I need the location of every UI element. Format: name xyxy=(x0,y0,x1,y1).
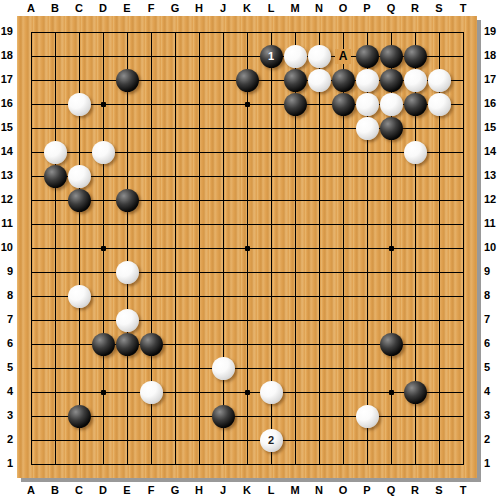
black-stone-R4[interactable] xyxy=(404,381,427,404)
point-P2[interactable] xyxy=(355,428,379,452)
point-G12[interactable] xyxy=(163,188,187,212)
point-M5[interactable] xyxy=(283,356,307,380)
point-S17[interactable] xyxy=(427,68,451,92)
point-C13[interactable] xyxy=(67,164,91,188)
point-T3[interactable] xyxy=(451,404,475,428)
point-P8[interactable] xyxy=(355,284,379,308)
point-O16[interactable] xyxy=(331,92,355,116)
point-J3[interactable] xyxy=(211,404,235,428)
point-H11[interactable] xyxy=(187,212,211,236)
point-L16[interactable] xyxy=(259,92,283,116)
white-stone-C8[interactable] xyxy=(68,285,91,308)
point-E10[interactable] xyxy=(115,236,139,260)
point-G11[interactable] xyxy=(163,212,187,236)
point-N6[interactable] xyxy=(307,332,331,356)
point-M4[interactable] xyxy=(283,380,307,404)
point-F10[interactable] xyxy=(139,236,163,260)
point-N8[interactable] xyxy=(307,284,331,308)
point-J9[interactable] xyxy=(211,260,235,284)
point-T19[interactable] xyxy=(451,20,475,44)
point-N14[interactable] xyxy=(307,140,331,164)
point-G1[interactable] xyxy=(163,452,187,476)
point-J8[interactable] xyxy=(211,284,235,308)
point-J10[interactable] xyxy=(211,236,235,260)
point-K16[interactable] xyxy=(235,92,259,116)
point-H17[interactable] xyxy=(187,68,211,92)
point-M6[interactable] xyxy=(283,332,307,356)
point-P7[interactable] xyxy=(355,308,379,332)
point-H19[interactable] xyxy=(187,20,211,44)
point-E19[interactable] xyxy=(115,20,139,44)
point-S16[interactable] xyxy=(427,92,451,116)
point-K13[interactable] xyxy=(235,164,259,188)
black-stone-M17[interactable] xyxy=(284,69,307,92)
point-D1[interactable] xyxy=(91,452,115,476)
point-E14[interactable] xyxy=(115,140,139,164)
point-A17[interactable] xyxy=(19,68,43,92)
point-G16[interactable] xyxy=(163,92,187,116)
point-B15[interactable] xyxy=(43,116,67,140)
point-C4[interactable] xyxy=(67,380,91,404)
point-A14[interactable] xyxy=(19,140,43,164)
point-E13[interactable] xyxy=(115,164,139,188)
point-O7[interactable] xyxy=(331,308,355,332)
point-J16[interactable] xyxy=(211,92,235,116)
point-K4[interactable] xyxy=(235,380,259,404)
point-K19[interactable] xyxy=(235,20,259,44)
point-T14[interactable] xyxy=(451,140,475,164)
point-C19[interactable] xyxy=(67,20,91,44)
point-R16[interactable] xyxy=(403,92,427,116)
point-G13[interactable] xyxy=(163,164,187,188)
white-stone-S16[interactable] xyxy=(428,93,451,116)
point-Q10[interactable] xyxy=(379,236,403,260)
point-H3[interactable] xyxy=(187,404,211,428)
point-L11[interactable] xyxy=(259,212,283,236)
point-O9[interactable] xyxy=(331,260,355,284)
point-A1[interactable] xyxy=(19,452,43,476)
point-E17[interactable] xyxy=(115,68,139,92)
black-stone-F6[interactable] xyxy=(140,333,163,356)
point-T8[interactable] xyxy=(451,284,475,308)
black-stone-M16[interactable] xyxy=(284,93,307,116)
point-G10[interactable] xyxy=(163,236,187,260)
point-H14[interactable] xyxy=(187,140,211,164)
point-D8[interactable] xyxy=(91,284,115,308)
point-G8[interactable] xyxy=(163,284,187,308)
point-D10[interactable] xyxy=(91,236,115,260)
point-Q19[interactable] xyxy=(379,20,403,44)
white-stone-J5[interactable] xyxy=(212,357,235,380)
point-T16[interactable] xyxy=(451,92,475,116)
point-Q13[interactable] xyxy=(379,164,403,188)
point-H13[interactable] xyxy=(187,164,211,188)
point-J4[interactable] xyxy=(211,380,235,404)
point-M9[interactable] xyxy=(283,260,307,284)
point-B9[interactable] xyxy=(43,260,67,284)
point-F16[interactable] xyxy=(139,92,163,116)
point-K11[interactable] xyxy=(235,212,259,236)
point-H9[interactable] xyxy=(187,260,211,284)
point-P16[interactable] xyxy=(355,92,379,116)
point-A11[interactable] xyxy=(19,212,43,236)
point-D11[interactable] xyxy=(91,212,115,236)
point-D2[interactable] xyxy=(91,428,115,452)
point-L7[interactable] xyxy=(259,308,283,332)
point-K5[interactable] xyxy=(235,356,259,380)
point-E18[interactable] xyxy=(115,44,139,68)
point-Q12[interactable] xyxy=(379,188,403,212)
point-N11[interactable] xyxy=(307,212,331,236)
point-B2[interactable] xyxy=(43,428,67,452)
point-F4[interactable] xyxy=(139,380,163,404)
point-S19[interactable] xyxy=(427,20,451,44)
point-H7[interactable] xyxy=(187,308,211,332)
point-K9[interactable] xyxy=(235,260,259,284)
point-M1[interactable] xyxy=(283,452,307,476)
point-M3[interactable] xyxy=(283,404,307,428)
point-J11[interactable] xyxy=(211,212,235,236)
point-T6[interactable] xyxy=(451,332,475,356)
point-S9[interactable] xyxy=(427,260,451,284)
point-C12[interactable] xyxy=(67,188,91,212)
point-E8[interactable] xyxy=(115,284,139,308)
point-K18[interactable] xyxy=(235,44,259,68)
point-P11[interactable] xyxy=(355,212,379,236)
point-O18[interactable]: A xyxy=(331,44,355,68)
point-E3[interactable] xyxy=(115,404,139,428)
point-F1[interactable] xyxy=(139,452,163,476)
black-stone-B13[interactable] xyxy=(44,165,67,188)
black-stone-J3[interactable] xyxy=(212,405,235,428)
white-stone-P17[interactable] xyxy=(356,69,379,92)
point-L10[interactable] xyxy=(259,236,283,260)
point-Q17[interactable] xyxy=(379,68,403,92)
point-G2[interactable] xyxy=(163,428,187,452)
point-J14[interactable] xyxy=(211,140,235,164)
white-stone-P16[interactable] xyxy=(356,93,379,116)
point-F11[interactable] xyxy=(139,212,163,236)
point-M19[interactable] xyxy=(283,20,307,44)
point-C16[interactable] xyxy=(67,92,91,116)
point-A2[interactable] xyxy=(19,428,43,452)
point-A15[interactable] xyxy=(19,116,43,140)
point-Q5[interactable] xyxy=(379,356,403,380)
point-A7[interactable] xyxy=(19,308,43,332)
point-S11[interactable] xyxy=(427,212,451,236)
point-K14[interactable] xyxy=(235,140,259,164)
point-C1[interactable] xyxy=(67,452,91,476)
point-G4[interactable] xyxy=(163,380,187,404)
point-G15[interactable] xyxy=(163,116,187,140)
point-T12[interactable] xyxy=(451,188,475,212)
point-A10[interactable] xyxy=(19,236,43,260)
point-K6[interactable] xyxy=(235,332,259,356)
white-stone-L4[interactable] xyxy=(260,381,283,404)
point-T18[interactable] xyxy=(451,44,475,68)
point-C3[interactable] xyxy=(67,404,91,428)
white-stone-B14[interactable] xyxy=(44,141,67,164)
point-M16[interactable] xyxy=(283,92,307,116)
point-D14[interactable] xyxy=(91,140,115,164)
point-O17[interactable] xyxy=(331,68,355,92)
point-P19[interactable] xyxy=(355,20,379,44)
point-N5[interactable] xyxy=(307,356,331,380)
point-N13[interactable] xyxy=(307,164,331,188)
point-N12[interactable] xyxy=(307,188,331,212)
white-stone-M18[interactable] xyxy=(284,45,307,68)
point-C17[interactable] xyxy=(67,68,91,92)
point-O2[interactable] xyxy=(331,428,355,452)
point-H8[interactable] xyxy=(187,284,211,308)
point-K3[interactable] xyxy=(235,404,259,428)
point-D13[interactable] xyxy=(91,164,115,188)
point-A9[interactable] xyxy=(19,260,43,284)
point-S5[interactable] xyxy=(427,356,451,380)
point-T4[interactable] xyxy=(451,380,475,404)
point-E15[interactable] xyxy=(115,116,139,140)
point-A13[interactable] xyxy=(19,164,43,188)
point-E7[interactable] xyxy=(115,308,139,332)
white-stone-C13[interactable] xyxy=(68,165,91,188)
point-K10[interactable] xyxy=(235,236,259,260)
point-C5[interactable] xyxy=(67,356,91,380)
point-H16[interactable] xyxy=(187,92,211,116)
point-S4[interactable] xyxy=(427,380,451,404)
point-E16[interactable] xyxy=(115,92,139,116)
point-O4[interactable] xyxy=(331,380,355,404)
point-Q3[interactable] xyxy=(379,404,403,428)
point-R14[interactable] xyxy=(403,140,427,164)
point-D9[interactable] xyxy=(91,260,115,284)
point-L18[interactable]: 1 xyxy=(259,44,283,68)
point-A18[interactable] xyxy=(19,44,43,68)
point-C14[interactable] xyxy=(67,140,91,164)
point-D18[interactable] xyxy=(91,44,115,68)
point-P5[interactable] xyxy=(355,356,379,380)
point-E1[interactable] xyxy=(115,452,139,476)
point-H12[interactable] xyxy=(187,188,211,212)
point-B6[interactable] xyxy=(43,332,67,356)
point-O8[interactable] xyxy=(331,284,355,308)
point-O11[interactable] xyxy=(331,212,355,236)
black-stone-E17[interactable] xyxy=(116,69,139,92)
black-stone-K17[interactable] xyxy=(236,69,259,92)
point-Q18[interactable] xyxy=(379,44,403,68)
point-P18[interactable] xyxy=(355,44,379,68)
point-P4[interactable] xyxy=(355,380,379,404)
point-T10[interactable] xyxy=(451,236,475,260)
point-J18[interactable] xyxy=(211,44,235,68)
point-R7[interactable] xyxy=(403,308,427,332)
point-D7[interactable] xyxy=(91,308,115,332)
point-L14[interactable] xyxy=(259,140,283,164)
point-M15[interactable] xyxy=(283,116,307,140)
point-L6[interactable] xyxy=(259,332,283,356)
white-stone-C16[interactable] xyxy=(68,93,91,116)
point-G9[interactable] xyxy=(163,260,187,284)
point-L19[interactable] xyxy=(259,20,283,44)
point-Q9[interactable] xyxy=(379,260,403,284)
point-P17[interactable] xyxy=(355,68,379,92)
point-G14[interactable] xyxy=(163,140,187,164)
point-N19[interactable] xyxy=(307,20,331,44)
point-B8[interactable] xyxy=(43,284,67,308)
point-P12[interactable] xyxy=(355,188,379,212)
point-T5[interactable] xyxy=(451,356,475,380)
black-stone-Q18[interactable] xyxy=(380,45,403,68)
black-stone-P18[interactable] xyxy=(356,45,379,68)
point-B7[interactable] xyxy=(43,308,67,332)
black-stone-C3[interactable] xyxy=(68,405,91,428)
point-L12[interactable] xyxy=(259,188,283,212)
point-J15[interactable] xyxy=(211,116,235,140)
point-G17[interactable] xyxy=(163,68,187,92)
point-R9[interactable] xyxy=(403,260,427,284)
point-R3[interactable] xyxy=(403,404,427,428)
point-J2[interactable] xyxy=(211,428,235,452)
point-T11[interactable] xyxy=(451,212,475,236)
point-N15[interactable] xyxy=(307,116,331,140)
point-K2[interactable] xyxy=(235,428,259,452)
point-H5[interactable] xyxy=(187,356,211,380)
white-stone-R17[interactable] xyxy=(404,69,427,92)
black-stone-C12[interactable] xyxy=(68,189,91,212)
black-stone-Q15[interactable] xyxy=(380,117,403,140)
point-H15[interactable] xyxy=(187,116,211,140)
point-H2[interactable] xyxy=(187,428,211,452)
point-Q11[interactable] xyxy=(379,212,403,236)
point-L3[interactable] xyxy=(259,404,283,428)
point-T7[interactable] xyxy=(451,308,475,332)
point-C7[interactable] xyxy=(67,308,91,332)
point-Q15[interactable] xyxy=(379,116,403,140)
point-R4[interactable] xyxy=(403,380,427,404)
point-S14[interactable] xyxy=(427,140,451,164)
point-A4[interactable] xyxy=(19,380,43,404)
point-J13[interactable] xyxy=(211,164,235,188)
point-S13[interactable] xyxy=(427,164,451,188)
black-stone-O16[interactable] xyxy=(332,93,355,116)
point-F8[interactable] xyxy=(139,284,163,308)
point-D4[interactable] xyxy=(91,380,115,404)
point-C10[interactable] xyxy=(67,236,91,260)
point-G7[interactable] xyxy=(163,308,187,332)
point-N3[interactable] xyxy=(307,404,331,428)
point-R11[interactable] xyxy=(403,212,427,236)
point-O12[interactable] xyxy=(331,188,355,212)
point-B17[interactable] xyxy=(43,68,67,92)
point-P3[interactable] xyxy=(355,404,379,428)
point-J5[interactable] xyxy=(211,356,235,380)
point-N18[interactable] xyxy=(307,44,331,68)
point-C8[interactable] xyxy=(67,284,91,308)
point-A19[interactable] xyxy=(19,20,43,44)
point-P13[interactable] xyxy=(355,164,379,188)
point-K7[interactable] xyxy=(235,308,259,332)
point-L9[interactable] xyxy=(259,260,283,284)
point-G18[interactable] xyxy=(163,44,187,68)
point-D6[interactable] xyxy=(91,332,115,356)
point-S12[interactable] xyxy=(427,188,451,212)
point-E6[interactable] xyxy=(115,332,139,356)
point-M8[interactable] xyxy=(283,284,307,308)
point-K1[interactable] xyxy=(235,452,259,476)
point-S18[interactable] xyxy=(427,44,451,68)
black-stone-Q6[interactable] xyxy=(380,333,403,356)
point-M18[interactable] xyxy=(283,44,307,68)
point-J17[interactable] xyxy=(211,68,235,92)
point-G5[interactable] xyxy=(163,356,187,380)
point-O1[interactable] xyxy=(331,452,355,476)
point-R8[interactable] xyxy=(403,284,427,308)
point-T15[interactable] xyxy=(451,116,475,140)
point-B1[interactable] xyxy=(43,452,67,476)
point-G3[interactable] xyxy=(163,404,187,428)
point-E12[interactable] xyxy=(115,188,139,212)
point-L1[interactable] xyxy=(259,452,283,476)
point-H10[interactable] xyxy=(187,236,211,260)
point-P6[interactable] xyxy=(355,332,379,356)
point-D17[interactable] xyxy=(91,68,115,92)
point-B14[interactable] xyxy=(43,140,67,164)
point-E9[interactable] xyxy=(115,260,139,284)
point-Q16[interactable] xyxy=(379,92,403,116)
point-T1[interactable] xyxy=(451,452,475,476)
point-K8[interactable] xyxy=(235,284,259,308)
point-Q7[interactable] xyxy=(379,308,403,332)
point-L15[interactable] xyxy=(259,116,283,140)
black-stone-E12[interactable] xyxy=(116,189,139,212)
point-J7[interactable] xyxy=(211,308,235,332)
white-stone-F4[interactable] xyxy=(140,381,163,404)
point-Q2[interactable] xyxy=(379,428,403,452)
point-F7[interactable] xyxy=(139,308,163,332)
point-B4[interactable] xyxy=(43,380,67,404)
point-R19[interactable] xyxy=(403,20,427,44)
point-B16[interactable] xyxy=(43,92,67,116)
point-B18[interactable] xyxy=(43,44,67,68)
point-E11[interactable] xyxy=(115,212,139,236)
point-A6[interactable] xyxy=(19,332,43,356)
white-stone-D14[interactable] xyxy=(92,141,115,164)
point-R5[interactable] xyxy=(403,356,427,380)
point-M10[interactable] xyxy=(283,236,307,260)
point-P1[interactable] xyxy=(355,452,379,476)
point-D15[interactable] xyxy=(91,116,115,140)
white-stone-P15[interactable] xyxy=(356,117,379,140)
point-A5[interactable] xyxy=(19,356,43,380)
point-B19[interactable] xyxy=(43,20,67,44)
point-B3[interactable] xyxy=(43,404,67,428)
point-A8[interactable] xyxy=(19,284,43,308)
white-stone-E9[interactable] xyxy=(116,261,139,284)
point-O10[interactable] xyxy=(331,236,355,260)
point-O13[interactable] xyxy=(331,164,355,188)
point-R13[interactable] xyxy=(403,164,427,188)
white-stone-E7[interactable] xyxy=(116,309,139,332)
point-P15[interactable] xyxy=(355,116,379,140)
point-Q6[interactable] xyxy=(379,332,403,356)
point-M14[interactable] xyxy=(283,140,307,164)
point-H1[interactable] xyxy=(187,452,211,476)
point-K15[interactable] xyxy=(235,116,259,140)
black-stone-R18[interactable] xyxy=(404,45,427,68)
point-R2[interactable] xyxy=(403,428,427,452)
black-stone-Q17[interactable] xyxy=(380,69,403,92)
point-J12[interactable] xyxy=(211,188,235,212)
black-stone-D6[interactable] xyxy=(92,333,115,356)
